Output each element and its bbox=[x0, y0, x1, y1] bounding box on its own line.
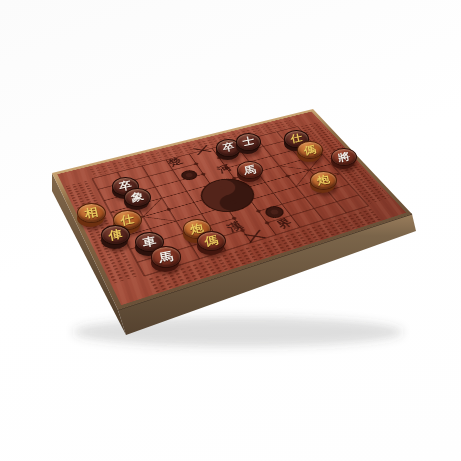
xiangqi-piece: 相 bbox=[77, 203, 104, 227]
piece-top: 馬 bbox=[151, 246, 181, 267]
piece-character: 象 bbox=[123, 188, 150, 207]
xiangqi-piece: 傌 bbox=[297, 141, 321, 163]
piece-character: 傌 bbox=[297, 141, 323, 159]
xiangqi-piece: 馬 bbox=[237, 161, 261, 183]
piece-top: 炮 bbox=[310, 171, 337, 190]
piece-character: 相 bbox=[76, 203, 106, 223]
xiangqi-piece: 傌 bbox=[197, 231, 224, 255]
piece-top: 馬 bbox=[237, 161, 263, 179]
xiangqi-piece: 俥 bbox=[101, 225, 128, 249]
piece-top: 象 bbox=[124, 188, 151, 207]
xiangqi-piece: 象 bbox=[124, 188, 149, 211]
piece-top: 傌 bbox=[197, 231, 226, 251]
xiangqi-piece: 炮 bbox=[310, 171, 335, 194]
piece-top: 士 bbox=[236, 133, 261, 151]
piece-top: 俥 bbox=[101, 225, 130, 245]
piece-top: 相 bbox=[77, 203, 106, 223]
xiangqi-piece: 馬 bbox=[151, 246, 179, 271]
piece-top: 傌 bbox=[297, 141, 323, 159]
piece-top: 將 bbox=[331, 148, 357, 166]
xiangqi-piece: 將 bbox=[331, 148, 355, 170]
product-photo-xiangqi-set: 楚 河 漢 界 卒士馬仕傌將炮卒象相仕俥車馬炮傌 bbox=[0, 0, 461, 461]
piece-character: 炮 bbox=[309, 171, 336, 190]
piece-character: 馬 bbox=[237, 161, 263, 179]
piece-character: 俥 bbox=[100, 225, 130, 245]
piece-character: 將 bbox=[331, 148, 357, 166]
xiangqi-piece: 士 bbox=[236, 133, 259, 154]
piece-layer: 卒士馬仕傌將炮卒象相仕俥車馬炮傌 bbox=[0, 0, 461, 461]
piece-character: 傌 bbox=[196, 231, 226, 251]
piece-character: 馬 bbox=[151, 246, 182, 267]
piece-character: 士 bbox=[235, 133, 260, 150]
